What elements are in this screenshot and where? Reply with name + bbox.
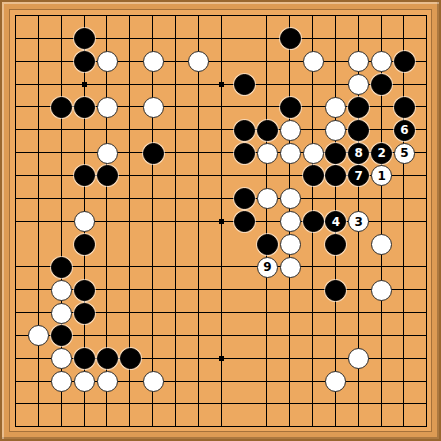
stone-black xyxy=(394,51,415,72)
stone-black xyxy=(97,348,118,369)
stone-black xyxy=(143,143,164,164)
stone-white xyxy=(280,257,301,278)
star-point xyxy=(82,82,87,87)
stone-white xyxy=(97,51,118,72)
stone-black-move-8: 8 xyxy=(348,143,369,164)
stone-black xyxy=(303,211,324,232)
stone-black xyxy=(280,28,301,49)
stone-white xyxy=(143,97,164,118)
stone-black xyxy=(74,234,95,255)
star-point xyxy=(219,219,224,224)
stone-white xyxy=(143,51,164,72)
stone-white xyxy=(280,188,301,209)
stone-white xyxy=(371,280,392,301)
stone-black xyxy=(234,120,255,141)
stone-white xyxy=(74,371,95,392)
stone-black xyxy=(280,97,301,118)
stone-black xyxy=(51,97,72,118)
stone-white xyxy=(325,120,346,141)
stone-white xyxy=(97,143,118,164)
stone-white xyxy=(280,120,301,141)
stone-black xyxy=(74,303,95,324)
stone-white-move-5: 5 xyxy=(394,143,415,164)
stone-black xyxy=(325,143,346,164)
stone-black xyxy=(74,97,95,118)
stone-black xyxy=(51,257,72,278)
stone-black xyxy=(348,120,369,141)
stone-black xyxy=(74,280,95,301)
star-point xyxy=(219,356,224,361)
stone-white xyxy=(97,97,118,118)
stone-white xyxy=(51,303,72,324)
star-point xyxy=(219,82,224,87)
stone-black xyxy=(234,143,255,164)
stone-black-move-6: 6 xyxy=(394,120,415,141)
stone-white xyxy=(257,143,278,164)
stone-white xyxy=(97,371,118,392)
go-board: 682571439 xyxy=(0,0,441,441)
stone-black xyxy=(394,97,415,118)
stone-white xyxy=(51,280,72,301)
stone-white xyxy=(143,371,164,392)
stone-white-move-9: 9 xyxy=(257,257,278,278)
stone-black xyxy=(257,120,278,141)
stone-black xyxy=(303,165,324,186)
stone-black xyxy=(348,97,369,118)
stone-black xyxy=(257,234,278,255)
stone-white xyxy=(303,51,324,72)
stone-black xyxy=(325,280,346,301)
stone-white xyxy=(280,211,301,232)
stone-black xyxy=(234,211,255,232)
stone-black xyxy=(120,348,141,369)
stone-white xyxy=(371,234,392,255)
stone-white xyxy=(280,234,301,255)
stone-white xyxy=(257,188,278,209)
stone-white xyxy=(280,143,301,164)
stone-white xyxy=(303,143,324,164)
stone-black xyxy=(371,74,392,95)
stone-black-move-2: 2 xyxy=(371,143,392,164)
stone-black xyxy=(234,74,255,95)
